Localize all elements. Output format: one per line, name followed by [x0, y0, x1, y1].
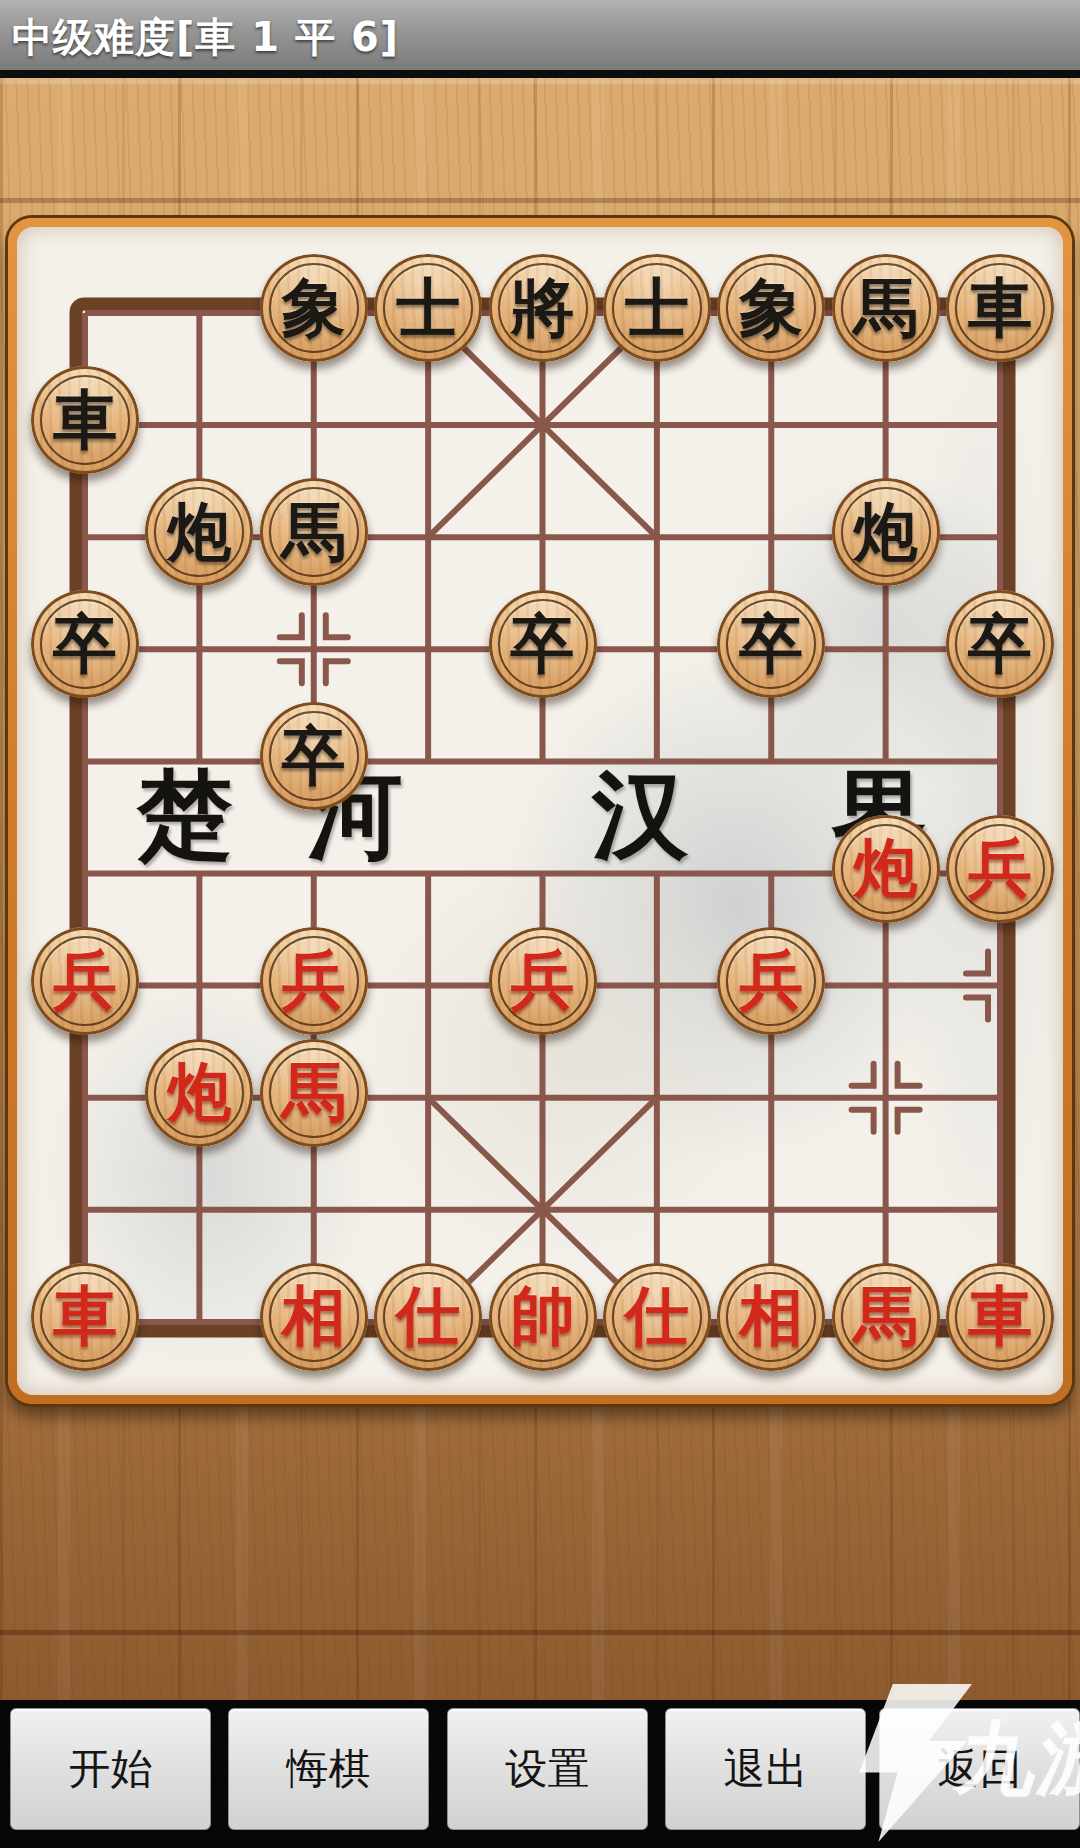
piece-label: 車: [31, 1263, 139, 1371]
piece-label: 馬: [832, 254, 940, 362]
piece-label: 兵: [489, 927, 597, 1035]
piece-black-elephant[interactable]: 象: [260, 254, 368, 362]
piece-black-advisor[interactable]: 士: [603, 254, 711, 362]
piece-black-soldier[interactable]: 卒: [31, 590, 139, 698]
piece-label: 卒: [260, 702, 368, 810]
piece-red-advisor[interactable]: 仕: [603, 1263, 711, 1371]
piece-black-general[interactable]: 將: [489, 254, 597, 362]
piece-red-chariot[interactable]: 車: [946, 1263, 1054, 1371]
piece-red-chariot[interactable]: 車: [31, 1263, 139, 1371]
piece-label: 炮: [145, 1039, 253, 1147]
piece-black-chariot[interactable]: 車: [31, 366, 139, 474]
piece-label: 炮: [832, 478, 940, 586]
title-text: 中级难度[車 1 平 6]: [12, 10, 399, 65]
piece-red-general[interactable]: 帥: [489, 1263, 597, 1371]
piece-label: 馬: [260, 478, 368, 586]
piece-black-cannon[interactable]: 炮: [145, 478, 253, 586]
piece-label: 卒: [946, 590, 1054, 698]
piece-label: 相: [717, 1263, 825, 1371]
piece-red-advisor[interactable]: 仕: [374, 1263, 482, 1371]
piece-red-soldier[interactable]: 兵: [31, 927, 139, 1035]
app-screen: 中级难度[車 1 平 6] 楚 河 汉 界 象士將士象馬車: [0, 0, 1080, 1848]
piece-black-elephant[interactable]: 象: [717, 254, 825, 362]
piece-black-soldier[interactable]: 卒: [260, 702, 368, 810]
piece-red-horse[interactable]: 馬: [832, 1263, 940, 1371]
wood-plank-joint: [0, 1630, 1080, 1635]
piece-label: 兵: [260, 927, 368, 1035]
piece-label: 車: [946, 254, 1054, 362]
back-button[interactable]: 返回: [879, 1708, 1080, 1830]
piece-black-horse[interactable]: 馬: [832, 254, 940, 362]
piece-red-cannon[interactable]: 炮: [832, 815, 940, 923]
piece-black-soldier[interactable]: 卒: [717, 590, 825, 698]
piece-red-soldier[interactable]: 兵: [946, 815, 1054, 923]
piece-black-cannon[interactable]: 炮: [832, 478, 940, 586]
piece-red-soldier[interactable]: 兵: [717, 927, 825, 1035]
piece-label: 馬: [260, 1039, 368, 1147]
piece-red-horse[interactable]: 馬: [260, 1039, 368, 1147]
piece-label: 卒: [489, 590, 597, 698]
piece-label: 卒: [717, 590, 825, 698]
bottom-toolbar: 开始 悔棋 设置 退出 返回: [0, 1700, 1080, 1848]
exit-button[interactable]: 退出: [665, 1708, 866, 1830]
piece-red-soldier[interactable]: 兵: [260, 927, 368, 1035]
piece-black-horse[interactable]: 馬: [260, 478, 368, 586]
piece-label: 仕: [374, 1263, 482, 1371]
piece-red-elephant[interactable]: 相: [260, 1263, 368, 1371]
piece-label: 仕: [603, 1263, 711, 1371]
piece-label: 象: [260, 254, 368, 362]
board-panel: 楚 河 汉 界 象士將士象馬車車炮馬炮卒卒卒卒卒炮兵兵兵兵兵炮馬車相仕帥仕相馬車: [8, 218, 1072, 1404]
piece-label: 馬: [832, 1263, 940, 1371]
undo-button-label: 悔棋: [287, 1741, 371, 1797]
piece-label: 車: [31, 366, 139, 474]
piece-black-soldier[interactable]: 卒: [489, 590, 597, 698]
settings-button-label: 设置: [506, 1741, 590, 1797]
exit-button-label: 退出: [724, 1741, 808, 1797]
piece-label: 士: [374, 254, 482, 362]
piece-red-soldier[interactable]: 兵: [489, 927, 597, 1035]
back-button-label: 返回: [938, 1741, 1022, 1797]
piece-label: 兵: [31, 927, 139, 1035]
piece-label: 兵: [717, 927, 825, 1035]
start-button[interactable]: 开始: [10, 1708, 211, 1830]
piece-label: 將: [489, 254, 597, 362]
piece-red-elephant[interactable]: 相: [717, 1263, 825, 1371]
piece-black-chariot[interactable]: 車: [946, 254, 1054, 362]
piece-red-cannon[interactable]: 炮: [145, 1039, 253, 1147]
piece-label: 炮: [832, 815, 940, 923]
piece-label: 炮: [145, 478, 253, 586]
settings-button[interactable]: 设置: [447, 1708, 648, 1830]
piece-label: 兵: [946, 815, 1054, 923]
piece-black-advisor[interactable]: 士: [374, 254, 482, 362]
wood-plank-joint: [0, 198, 1080, 203]
piece-label: 相: [260, 1263, 368, 1371]
start-button-label: 开始: [69, 1741, 153, 1797]
board-paper: 楚 河 汉 界 象士將士象馬車車炮馬炮卒卒卒卒卒炮兵兵兵兵兵炮馬車相仕帥仕相馬車: [17, 227, 1063, 1395]
piece-label: 象: [717, 254, 825, 362]
piece-label: 士: [603, 254, 711, 362]
piece-label: 車: [946, 1263, 1054, 1371]
undo-button[interactable]: 悔棋: [228, 1708, 429, 1830]
title-bar: 中级难度[車 1 平 6]: [0, 0, 1080, 78]
piece-label: 卒: [31, 590, 139, 698]
piece-label: 帥: [489, 1263, 597, 1371]
piece-black-soldier[interactable]: 卒: [946, 590, 1054, 698]
